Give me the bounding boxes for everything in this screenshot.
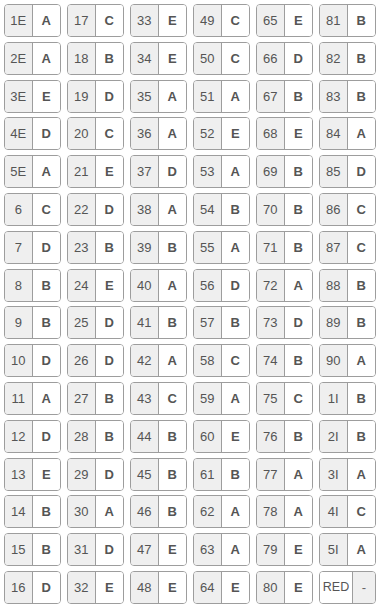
question-label: 5I <box>320 534 348 565</box>
question-label: 84 <box>320 118 348 149</box>
question-label: 53 <box>194 156 222 187</box>
answer-cell-23[interactable]: 23B <box>67 231 124 264</box>
answer-cell-62[interactable]: 62A <box>193 495 250 528</box>
answer-letter: A <box>222 534 250 565</box>
answer-letter: D <box>33 345 61 376</box>
answer-cell-31[interactable]: 31D <box>67 533 124 566</box>
question-label: 27 <box>68 383 96 414</box>
answer-letter: A <box>222 81 250 112</box>
answer-letter: D <box>96 307 124 338</box>
answer-cell-1I[interactable]: 1IB <box>319 382 376 415</box>
question-label: 39 <box>131 232 159 263</box>
question-label: 7 <box>5 232 33 263</box>
answer-letter: B <box>348 5 376 36</box>
question-label: 55 <box>194 232 222 263</box>
answer-letter: C <box>33 194 61 225</box>
answer-cell-82[interactable]: 82B <box>319 42 376 75</box>
question-label: 78 <box>257 496 285 527</box>
answer-cell-40[interactable]: 40A <box>130 269 187 302</box>
answer-letter: C <box>222 5 250 36</box>
question-label: 56 <box>194 270 222 301</box>
answer-letter: B <box>33 496 61 527</box>
answer-cell-45[interactable]: 45B <box>130 458 187 491</box>
question-label: 46 <box>131 496 159 527</box>
question-label: 50 <box>194 43 222 74</box>
question-label: RED <box>320 572 353 603</box>
answer-key-page: 1EA2EA3EE4ED5EA6C7D8B9B10D11A12D13E14B15… <box>0 0 379 609</box>
answer-cell-83[interactable]: 83B <box>319 80 376 113</box>
answer-letter: D <box>285 43 313 74</box>
answer-letter: E <box>285 5 313 36</box>
question-label: 44 <box>131 421 159 452</box>
answer-letter: E <box>222 572 250 603</box>
answer-cell-28[interactable]: 28B <box>67 420 124 453</box>
answer-cell-9[interactable]: 9B <box>4 306 61 339</box>
answer-letter: B <box>159 459 187 490</box>
answer-cell-7[interactable]: 7D <box>4 231 61 264</box>
answer-letter: C <box>96 118 124 149</box>
answer-letter: E <box>96 156 124 187</box>
question-label: 33 <box>131 5 159 36</box>
answer-letter: B <box>348 81 376 112</box>
question-label: 8 <box>5 270 33 301</box>
answer-letter: E <box>285 118 313 149</box>
answer-cell-53[interactable]: 53A <box>193 155 250 188</box>
answer-cell-34[interactable]: 34E <box>130 42 187 75</box>
question-label: 32 <box>68 572 96 603</box>
question-label: 12 <box>5 421 33 452</box>
answer-letter: A <box>285 459 313 490</box>
question-label: 68 <box>257 118 285 149</box>
answer-cell-46[interactable]: 46B <box>130 495 187 528</box>
answer-letter: B <box>285 421 313 452</box>
answer-cell-67[interactable]: 67B <box>256 80 313 113</box>
answer-letter: E <box>96 270 124 301</box>
answer-cell-RED[interactable]: RED- <box>319 571 376 604</box>
answer-letter: C <box>285 383 313 414</box>
answer-cell-79[interactable]: 79E <box>256 533 313 566</box>
answer-cell-4E[interactable]: 4ED <box>4 117 61 150</box>
answer-letter: E <box>159 43 187 74</box>
question-label: 63 <box>194 534 222 565</box>
answer-cell-54[interactable]: 54B <box>193 193 250 226</box>
answer-cell-86[interactable]: 86C <box>319 193 376 226</box>
answer-letter: B <box>285 345 313 376</box>
answer-cell-63[interactable]: 63A <box>193 533 250 566</box>
question-label: 74 <box>257 345 285 376</box>
question-label: 38 <box>131 194 159 225</box>
question-label: 60 <box>194 421 222 452</box>
answer-letter: B <box>285 232 313 263</box>
question-label: 9 <box>5 307 33 338</box>
answer-cell-43[interactable]: 43C <box>130 382 187 415</box>
question-label: 47 <box>131 534 159 565</box>
answer-letter: D <box>33 118 61 149</box>
answer-cell-42[interactable]: 42A <box>130 344 187 377</box>
question-label: 41 <box>131 307 159 338</box>
answer-cell-61[interactable]: 61B <box>193 458 250 491</box>
answer-letter: B <box>222 194 250 225</box>
answer-letter: B <box>222 459 250 490</box>
answer-letter: B <box>96 232 124 263</box>
answer-cell-90[interactable]: 90A <box>319 344 376 377</box>
question-label: 77 <box>257 459 285 490</box>
question-label: 59 <box>194 383 222 414</box>
answer-letter: B <box>33 270 61 301</box>
question-label: 70 <box>257 194 285 225</box>
question-label: 66 <box>257 43 285 74</box>
answer-letter: B <box>348 307 376 338</box>
answer-letter: D <box>96 81 124 112</box>
question-label: 1E <box>5 5 33 36</box>
question-label: 4I <box>320 496 348 527</box>
answer-cell-75[interactable]: 75C <box>256 382 313 415</box>
question-label: 37 <box>131 156 159 187</box>
answer-cell-73[interactable]: 73D <box>256 306 313 339</box>
answer-cell-65[interactable]: 65E <box>256 4 313 37</box>
answer-letter: A <box>348 345 376 376</box>
answer-cell-19[interactable]: 19D <box>67 80 124 113</box>
answer-cell-50[interactable]: 50C <box>193 42 250 75</box>
question-label: 30 <box>68 496 96 527</box>
question-label: 73 <box>257 307 285 338</box>
question-label: 49 <box>194 5 222 36</box>
answer-letter: C <box>348 194 376 225</box>
question-label: 31 <box>68 534 96 565</box>
question-label: 3I <box>320 459 348 490</box>
question-label: 42 <box>131 345 159 376</box>
answer-cell-29[interactable]: 29D <box>67 458 124 491</box>
question-label: 10 <box>5 345 33 376</box>
answer-letter: A <box>222 383 250 414</box>
answer-letter: C <box>348 232 376 263</box>
answer-letter: A <box>285 270 313 301</box>
question-label: 80 <box>257 572 285 603</box>
question-label: 52 <box>194 118 222 149</box>
question-label: 58 <box>194 345 222 376</box>
question-label: 61 <box>194 459 222 490</box>
answer-cell-77[interactable]: 77A <box>256 458 313 491</box>
answer-letter: C <box>222 345 250 376</box>
answer-cell-64[interactable]: 64E <box>193 571 250 604</box>
answer-letter: B <box>159 232 187 263</box>
question-label: 24 <box>68 270 96 301</box>
answer-letter: B <box>348 270 376 301</box>
answer-cell-57[interactable]: 57B <box>193 306 250 339</box>
question-label: 19 <box>68 81 96 112</box>
answer-cell-59[interactable]: 59A <box>193 382 250 415</box>
answer-letter: B <box>159 307 187 338</box>
question-label: 1I <box>320 383 348 414</box>
answer-letter: A <box>222 156 250 187</box>
answer-cell-21[interactable]: 21E <box>67 155 124 188</box>
answer-letter: A <box>222 496 250 527</box>
answer-cell-12[interactable]: 12D <box>4 420 61 453</box>
answer-letter: E <box>159 572 187 603</box>
question-label: 20 <box>68 118 96 149</box>
question-label: 25 <box>68 307 96 338</box>
answer-cell-17[interactable]: 17C <box>67 4 124 37</box>
answer-cell-68[interactable]: 68E <box>256 117 313 150</box>
question-label: 71 <box>257 232 285 263</box>
question-label: 90 <box>320 345 348 376</box>
question-label: 72 <box>257 270 285 301</box>
answer-cell-56[interactable]: 56D <box>193 269 250 302</box>
answer-letter: C <box>348 496 376 527</box>
answer-cell-60[interactable]: 60E <box>193 420 250 453</box>
answer-letter: D <box>33 421 61 452</box>
question-label: 21 <box>68 156 96 187</box>
question-label: 82 <box>320 43 348 74</box>
answer-cell-10[interactable]: 10D <box>4 344 61 377</box>
answer-cell-66[interactable]: 66D <box>256 42 313 75</box>
question-label: 65 <box>257 5 285 36</box>
answer-letter: B <box>96 43 124 74</box>
answer-letter: D <box>96 345 124 376</box>
answer-cell-41[interactable]: 41B <box>130 306 187 339</box>
answer-cell-49[interactable]: 49C <box>193 4 250 37</box>
answer-letter: E <box>285 534 313 565</box>
answer-cell-16[interactable]: 16D <box>4 571 61 604</box>
answer-letter: D <box>96 459 124 490</box>
answer-cell-3I[interactable]: 3IA <box>319 458 376 491</box>
answer-cell-26[interactable]: 26D <box>67 344 124 377</box>
answer-cell-47[interactable]: 47E <box>130 533 187 566</box>
question-label: 13 <box>5 459 33 490</box>
answer-cell-51[interactable]: 51A <box>193 80 250 113</box>
question-label: 51 <box>194 81 222 112</box>
answer-letter: C <box>159 383 187 414</box>
answer-cell-14[interactable]: 14B <box>4 495 61 528</box>
answer-cell-25[interactable]: 25D <box>67 306 124 339</box>
question-label: 14 <box>5 496 33 527</box>
question-label: 69 <box>257 156 285 187</box>
question-label: 34 <box>131 43 159 74</box>
answer-cell-22[interactable]: 22D <box>67 193 124 226</box>
answer-letter: A <box>348 118 376 149</box>
answer-cell-89[interactable]: 89B <box>319 306 376 339</box>
question-label: 67 <box>257 81 285 112</box>
answer-cell-32[interactable]: 32E <box>67 571 124 604</box>
answer-letter: C <box>96 5 124 36</box>
answer-letter: D <box>33 572 61 603</box>
answer-cell-69[interactable]: 69B <box>256 155 313 188</box>
answer-letter: A <box>159 81 187 112</box>
answer-cell-72[interactable]: 72A <box>256 269 313 302</box>
answer-cell-27[interactable]: 27B <box>67 382 124 415</box>
answer-letter: D <box>96 534 124 565</box>
question-label: 36 <box>131 118 159 149</box>
question-label: 81 <box>320 5 348 36</box>
answer-letter: D <box>159 156 187 187</box>
question-label: 4E <box>5 118 33 149</box>
question-label: 43 <box>131 383 159 414</box>
answer-cell-48[interactable]: 48E <box>130 571 187 604</box>
question-label: 28 <box>68 421 96 452</box>
answer-letter: E <box>222 421 250 452</box>
question-label: 45 <box>131 459 159 490</box>
answer-cell-30[interactable]: 30A <box>67 495 124 528</box>
answer-cell-74[interactable]: 74B <box>256 344 313 377</box>
answer-cell-76[interactable]: 76B <box>256 420 313 453</box>
answer-cell-70[interactable]: 70B <box>256 193 313 226</box>
answer-cell-84[interactable]: 84A <box>319 117 376 150</box>
question-label: 89 <box>320 307 348 338</box>
question-label: 88 <box>320 270 348 301</box>
answer-letter: A <box>33 5 61 36</box>
answer-letter: B <box>159 496 187 527</box>
answer-cell-52[interactable]: 52E <box>193 117 250 150</box>
answer-letter: A <box>285 496 313 527</box>
answer-cell-5I[interactable]: 5IA <box>319 533 376 566</box>
answer-letter: A <box>96 496 124 527</box>
answer-cell-85[interactable]: 85D <box>319 155 376 188</box>
question-label: 26 <box>68 345 96 376</box>
answer-letter: D <box>348 156 376 187</box>
question-label: 75 <box>257 383 285 414</box>
answer-letter: E <box>159 5 187 36</box>
question-label: 35 <box>131 81 159 112</box>
answer-letter: E <box>159 534 187 565</box>
answer-cell-8[interactable]: 8B <box>4 269 61 302</box>
answer-cell-3E[interactable]: 3EE <box>4 80 61 113</box>
answer-letter: E <box>96 572 124 603</box>
question-label: 2E <box>5 43 33 74</box>
answer-letter: A <box>159 270 187 301</box>
answer-cell-35[interactable]: 35A <box>130 80 187 113</box>
answer-grid: 1EA2EA3EE4ED5EA6C7D8B9B10D11A12D13E14B15… <box>0 0 379 608</box>
answer-cell-80[interactable]: 80E <box>256 571 313 604</box>
answer-letter: B <box>348 421 376 452</box>
answer-letter: D <box>285 307 313 338</box>
answer-letter: A <box>159 118 187 149</box>
question-label: 86 <box>320 194 348 225</box>
answer-letter: - <box>353 572 375 603</box>
answer-cell-15[interactable]: 15B <box>4 533 61 566</box>
answer-cell-39[interactable]: 39B <box>130 231 187 264</box>
answer-letter: A <box>159 194 187 225</box>
question-label: 57 <box>194 307 222 338</box>
question-label: 64 <box>194 572 222 603</box>
question-label: 11 <box>5 383 33 414</box>
answer-cell-58[interactable]: 58C <box>193 344 250 377</box>
answer-cell-55[interactable]: 55A <box>193 231 250 264</box>
answer-letter: A <box>348 534 376 565</box>
answer-cell-4I[interactable]: 4IC <box>319 495 376 528</box>
question-label: 54 <box>194 194 222 225</box>
answer-letter: E <box>222 118 250 149</box>
question-label: 15 <box>5 534 33 565</box>
answer-letter: E <box>33 81 61 112</box>
answer-cell-24[interactable]: 24E <box>67 269 124 302</box>
question-label: 3E <box>5 81 33 112</box>
answer-cell-71[interactable]: 71B <box>256 231 313 264</box>
answer-cell-20[interactable]: 20C <box>67 117 124 150</box>
question-label: 62 <box>194 496 222 527</box>
question-label: 29 <box>68 459 96 490</box>
answer-cell-11[interactable]: 11A <box>4 382 61 415</box>
question-label: 79 <box>257 534 285 565</box>
question-label: 40 <box>131 270 159 301</box>
answer-letter: B <box>285 156 313 187</box>
answer-letter: D <box>96 194 124 225</box>
answer-cell-2I[interactable]: 2IB <box>319 420 376 453</box>
answer-letter: A <box>33 43 61 74</box>
answer-letter: E <box>33 459 61 490</box>
answer-cell-78[interactable]: 78A <box>256 495 313 528</box>
question-label: 22 <box>68 194 96 225</box>
answer-letter: D <box>33 232 61 263</box>
question-label: 76 <box>257 421 285 452</box>
answer-letter: A <box>348 459 376 490</box>
answer-letter: B <box>96 421 124 452</box>
answer-letter: E <box>285 572 313 603</box>
answer-letter: B <box>348 43 376 74</box>
question-label: 85 <box>320 156 348 187</box>
question-label: 6 <box>5 194 33 225</box>
question-label: 2I <box>320 421 348 452</box>
answer-letter: A <box>33 383 61 414</box>
answer-cell-87[interactable]: 87C <box>319 231 376 264</box>
answer-letter: B <box>285 81 313 112</box>
question-label: 16 <box>5 572 33 603</box>
answer-letter: B <box>33 307 61 338</box>
answer-letter: D <box>222 270 250 301</box>
answer-cell-37[interactable]: 37D <box>130 155 187 188</box>
question-label: 83 <box>320 81 348 112</box>
answer-letter: B <box>33 534 61 565</box>
question-label: 17 <box>68 5 96 36</box>
answer-letter: B <box>285 194 313 225</box>
answer-letter: B <box>348 383 376 414</box>
answer-cell-44[interactable]: 44B <box>130 420 187 453</box>
answer-cell-13[interactable]: 13E <box>4 458 61 491</box>
answer-cell-36[interactable]: 36A <box>130 117 187 150</box>
answer-cell-5E[interactable]: 5EA <box>4 155 61 188</box>
answer-cell-88[interactable]: 88B <box>319 269 376 302</box>
answer-cell-6[interactable]: 6C <box>4 193 61 226</box>
answer-letter: A <box>159 345 187 376</box>
answer-cell-1E[interactable]: 1EA <box>4 4 61 37</box>
answer-letter: A <box>222 232 250 263</box>
question-label: 23 <box>68 232 96 263</box>
answer-cell-2E[interactable]: 2EA <box>4 42 61 75</box>
answer-letter: A <box>33 156 61 187</box>
answer-cell-38[interactable]: 38A <box>130 193 187 226</box>
answer-cell-18[interactable]: 18B <box>67 42 124 75</box>
answer-letter: B <box>159 421 187 452</box>
question-label: 18 <box>68 43 96 74</box>
answer-letter: B <box>222 307 250 338</box>
answer-letter: C <box>222 43 250 74</box>
question-label: 87 <box>320 232 348 263</box>
answer-cell-33[interactable]: 33E <box>130 4 187 37</box>
answer-cell-81[interactable]: 81B <box>319 4 376 37</box>
question-label: 5E <box>5 156 33 187</box>
question-label: 48 <box>131 572 159 603</box>
answer-letter: B <box>96 383 124 414</box>
